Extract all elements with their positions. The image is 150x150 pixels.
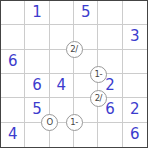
cell-r2c1[interactable] [1,25,25,49]
cell-r1c3[interactable] [50,1,74,25]
given-digit: 6 [32,78,42,93]
given-digit: 3 [130,29,140,44]
cell-r6c5[interactable] [98,123,122,147]
cell-r2c2[interactable] [25,25,49,49]
puzzle-stage: 1536642562462/1-2/O1- [0,0,150,150]
given-digit: 5 [32,102,42,117]
circle-clue-text: O [47,118,53,127]
given-digit: 4 [57,78,67,93]
given-digit: 2 [130,102,140,117]
given-digit: 6 [8,54,18,69]
cell-r2c5[interactable] [98,25,122,49]
mathrax-circle-clue: 1- [90,66,107,83]
given-digit: 4 [8,127,18,142]
cell-r4c6[interactable] [123,74,147,98]
cell-r1c2[interactable]: 1 [25,1,49,25]
cell-r1c4[interactable]: 5 [74,1,98,25]
cell-r1c6[interactable] [123,1,147,25]
cell-r5c1[interactable] [1,98,25,122]
cell-r3c1[interactable]: 6 [1,50,25,74]
given-digit: 1 [32,5,42,20]
cell-r4c3[interactable]: 4 [50,74,74,98]
given-digit: 6 [105,102,115,117]
circle-clue-text: 2/ [70,45,77,54]
mathrax-circle-clue: 2/ [90,90,107,107]
mathrax-circle-clue: 2/ [66,41,83,58]
circle-clue-text: 1- [70,118,77,127]
cell-r5c6[interactable]: 2 [123,98,147,122]
circle-clue-text: 2/ [95,94,102,103]
cell-r6c6[interactable]: 6 [123,123,147,147]
cell-r4c1[interactable] [1,74,25,98]
given-digit: 5 [81,5,91,20]
cell-r2c6[interactable]: 3 [123,25,147,49]
cell-r6c1[interactable]: 4 [1,123,25,147]
cell-r3c2[interactable] [25,50,49,74]
cell-r4c2[interactable]: 6 [25,74,49,98]
circle-clue-text: 1- [95,70,102,79]
cell-r1c1[interactable] [1,1,25,25]
given-digit: 2 [105,78,115,93]
given-digit: 6 [130,127,140,142]
mathrax-circle-clue: 1- [66,114,83,131]
cell-r3c6[interactable] [123,50,147,74]
board: 1536642562462/1-2/O1- [0,0,148,148]
cell-r1c5[interactable] [98,1,122,25]
